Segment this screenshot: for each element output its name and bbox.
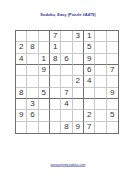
sudoku-cell-r3c7: 9	[84, 54, 95, 65]
sudoku-cell-r2c2: 8	[27, 42, 38, 53]
sudoku-cell-r5c2	[27, 76, 38, 87]
sudoku-cell-r4c6	[73, 65, 84, 76]
sudoku-cell-r4c3: 9	[39, 65, 50, 76]
sudoku-cell-r5c9	[107, 76, 118, 87]
sudoku-cell-r5c6: 2	[73, 76, 84, 87]
sudoku-cell-r5c3	[39, 76, 50, 87]
sudoku-cell-r6c2	[27, 88, 38, 99]
sudoku-cell-r5c1	[16, 76, 27, 87]
sudoku-cell-r1c6: 3	[73, 31, 84, 42]
sudoku-cell-r1c5	[61, 31, 72, 42]
sudoku-cell-r6c7	[84, 88, 95, 99]
sudoku-cell-r9c6: 9	[73, 122, 84, 133]
sudoku-cell-r1c9	[107, 31, 118, 42]
sudoku-cell-r2c6	[73, 42, 84, 53]
sudoku-cell-r8c7: 2	[84, 110, 95, 121]
sudoku-cell-r7c3	[39, 99, 50, 110]
sudoku-cell-r1c1	[16, 31, 27, 42]
sudoku-cell-r4c2	[27, 65, 38, 76]
sudoku-cell-r5c7: 4	[84, 76, 95, 87]
sudoku-cell-r8c8	[95, 110, 106, 121]
sudoku-cell-r8c9: 5	[107, 110, 118, 121]
sudoku-cell-r3c6	[73, 54, 84, 65]
sudoku-cell-r8c2: 6	[27, 110, 38, 121]
sudoku-cell-r8c4	[50, 110, 61, 121]
sudoku-cell-r4c8	[95, 65, 106, 76]
sudoku-cell-r4c9: 7	[107, 65, 118, 76]
sudoku-cell-r3c1: 4	[16, 54, 27, 65]
sudoku-cell-r1c8	[95, 31, 106, 42]
sudoku-cell-r2c4: 1	[50, 42, 61, 53]
sudoku-cell-r4c5	[61, 65, 72, 76]
sudoku-grid: 731281541869967248579349625897	[15, 30, 119, 134]
sudoku-cell-r6c6	[73, 88, 84, 99]
sudoku-cell-r3c2	[27, 54, 38, 65]
sudoku-cell-r4c1	[16, 65, 27, 76]
sudoku-cell-r7c1	[16, 99, 27, 110]
sudoku-cell-r9c8	[95, 122, 106, 133]
sudoku-cell-r2c3	[39, 42, 50, 53]
sudoku-cell-r6c1: 8	[16, 88, 27, 99]
sudoku-cell-r3c3: 1	[39, 54, 50, 65]
footer-url-link[interactable]: www.printmysudoku.com	[7, 163, 129, 166]
sudoku-cell-r3c8	[95, 54, 106, 65]
sudoku-cell-r7c7	[84, 99, 95, 110]
page-title: Sudoku, Easy (Puzzle #A479)	[0, 12, 136, 17]
sudoku-cell-r7c4	[50, 99, 61, 110]
sudoku-cell-r3c5: 6	[61, 54, 72, 65]
sudoku-cell-r7c6	[73, 99, 84, 110]
sudoku-cell-r7c8	[95, 99, 106, 110]
sudoku-cell-r1c3	[39, 31, 50, 42]
sudoku-cell-r4c7: 6	[84, 65, 95, 76]
sudoku-cell-r5c4	[50, 76, 61, 87]
sudoku-cell-r9c1	[16, 122, 27, 133]
sudoku-cell-r9c7: 7	[84, 122, 95, 133]
sudoku-cell-r9c2	[27, 122, 38, 133]
sudoku-cell-r9c5: 8	[61, 122, 72, 133]
sudoku-cell-r8c6	[73, 110, 84, 121]
sudoku-cell-r8c5	[61, 110, 72, 121]
sudoku-cell-r6c8	[95, 88, 106, 99]
sudoku-cell-r4c4	[50, 65, 61, 76]
sudoku-cell-r2c9	[107, 42, 118, 53]
sudoku-cell-r2c8	[95, 42, 106, 53]
sudoku-cell-r9c3	[39, 122, 50, 133]
sudoku-cell-r2c1: 2	[16, 42, 27, 53]
sudoku-cell-r7c9	[107, 99, 118, 110]
sudoku-cell-r6c3: 5	[39, 88, 50, 99]
sudoku-cell-r3c4: 8	[50, 54, 61, 65]
sudoku-cell-r3c9	[107, 54, 118, 65]
sudoku-cell-r5c8	[95, 76, 106, 87]
sudoku-cell-r6c4	[50, 88, 61, 99]
sudoku-cell-r2c7: 5	[84, 42, 95, 53]
sudoku-cell-r6c5: 7	[61, 88, 72, 99]
sudoku-cell-r2c5	[61, 42, 72, 53]
sudoku-cell-r8c3	[39, 110, 50, 121]
sudoku-cell-r1c2	[27, 31, 38, 42]
sudoku-cell-r7c5: 4	[61, 99, 72, 110]
sudoku-cell-r9c9	[107, 122, 118, 133]
sudoku-cell-r5c5	[61, 76, 72, 87]
sudoku-cell-r9c4	[50, 122, 61, 133]
sudoku-cell-r8c1: 9	[16, 110, 27, 121]
sudoku-cell-r7c2: 3	[27, 99, 38, 110]
sudoku-cell-r1c4: 7	[50, 31, 61, 42]
sudoku-cell-r6c9: 9	[107, 88, 118, 99]
sudoku-cell-r1c7: 1	[84, 31, 95, 42]
